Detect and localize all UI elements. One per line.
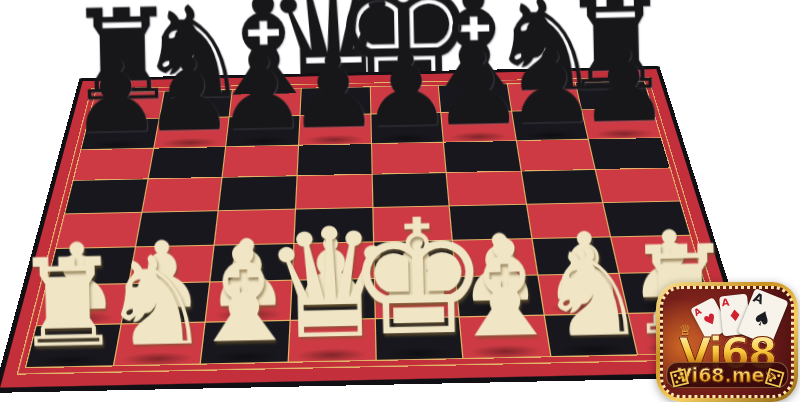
board-scene: ♜♞♝♛♚♝♞♜♟♟♟♟♟♟♟♟♟♟♟♟♟♟♟♟♜♞♝♛♚♝♞♜: [80, 66, 667, 402]
square-h7: ♟: [583, 109, 661, 139]
square-g1: ♞: [545, 313, 638, 356]
square-c6: [223, 145, 298, 177]
square-e6: [372, 142, 446, 173]
crown-icon: ♕: [679, 322, 692, 338]
square-f7: ♟: [441, 112, 515, 142]
square-d6: [298, 144, 372, 176]
board-gold-pinstripe-frame: ♜♞♝♛♚♝♞♜♟♟♟♟♟♟♟♟♟♟♟♟♟♟♟♟♜♞♝♛♚♝♞♜: [17, 77, 735, 375]
square-g6: [517, 139, 595, 170]
chess-board: ♜♞♝♛♚♝♞♜♟♟♟♟♟♟♟♟♟♟♟♟♟♟♟♟♜♞♝♛♚♝♞♜: [0, 66, 759, 393]
square-f1: ♝: [460, 315, 550, 358]
piece-black-pawn: ♟: [577, 34, 670, 138]
vi68-watermark-badge[interactable]: A ♥ A ♦ A ♠ ♕ Vi68 Vi68.me» ⚄ ⚂: [656, 282, 798, 402]
badge-background: A ♥ A ♦ A ♠ ♕ Vi68 Vi68.me» ⚄ ⚂: [660, 286, 794, 398]
square-g7: ♟: [512, 110, 588, 140]
square-h6: [589, 138, 669, 169]
domain-text: Vi68.me»: [677, 364, 777, 386]
square-b6: [148, 147, 225, 179]
square-d7: ♟: [299, 115, 370, 145]
square-a5: [65, 179, 147, 213]
square-a6: [74, 148, 153, 180]
square-h5: [596, 168, 679, 201]
square-f6: [444, 141, 520, 172]
square-g5: [522, 170, 603, 203]
chess-grid: ♜♞♝♛♚♝♞♜♟♟♟♟♟♟♟♟♟♟♟♟♟♟♟♟♜♞♝♛♚♝♞♜: [25, 81, 727, 369]
square-b5: [142, 178, 221, 211]
